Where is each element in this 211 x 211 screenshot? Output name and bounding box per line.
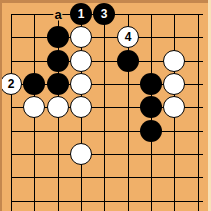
white-stone-move-2: 2 [0, 73, 22, 95]
black-stone [117, 50, 139, 72]
move-number: 1 [78, 8, 85, 20]
black-stone [23, 73, 45, 95]
black-stone [47, 26, 69, 48]
grid-vline [104, 14, 105, 211]
white-stone [163, 50, 185, 72]
grid-vline [11, 14, 12, 211]
white-stone [47, 96, 69, 118]
point-label-a: a [53, 8, 62, 21]
go-board-diagram: 1342 a [0, 0, 211, 211]
black-stone [140, 120, 162, 142]
white-stone-move-4: 4 [117, 26, 139, 48]
black-stone [140, 73, 162, 95]
white-stone [70, 143, 92, 165]
black-stone-move-3: 3 [93, 3, 115, 25]
white-stone [23, 96, 45, 118]
white-stone [70, 26, 92, 48]
white-stone [163, 73, 185, 95]
move-number: 4 [125, 31, 132, 43]
white-stone [70, 96, 92, 118]
board-top-border [0, 0, 211, 3]
move-number: 3 [101, 8, 108, 20]
black-stone-move-1: 1 [70, 3, 92, 25]
grid-vline [198, 14, 199, 211]
black-stone [47, 50, 69, 72]
white-stone [70, 73, 92, 95]
board-left-border [0, 0, 2, 211]
white-stone [163, 96, 185, 118]
page-right-strip [208, 0, 211, 211]
black-stone [140, 96, 162, 118]
black-stone [47, 73, 69, 95]
move-number: 2 [8, 78, 15, 90]
white-stone [70, 50, 92, 72]
